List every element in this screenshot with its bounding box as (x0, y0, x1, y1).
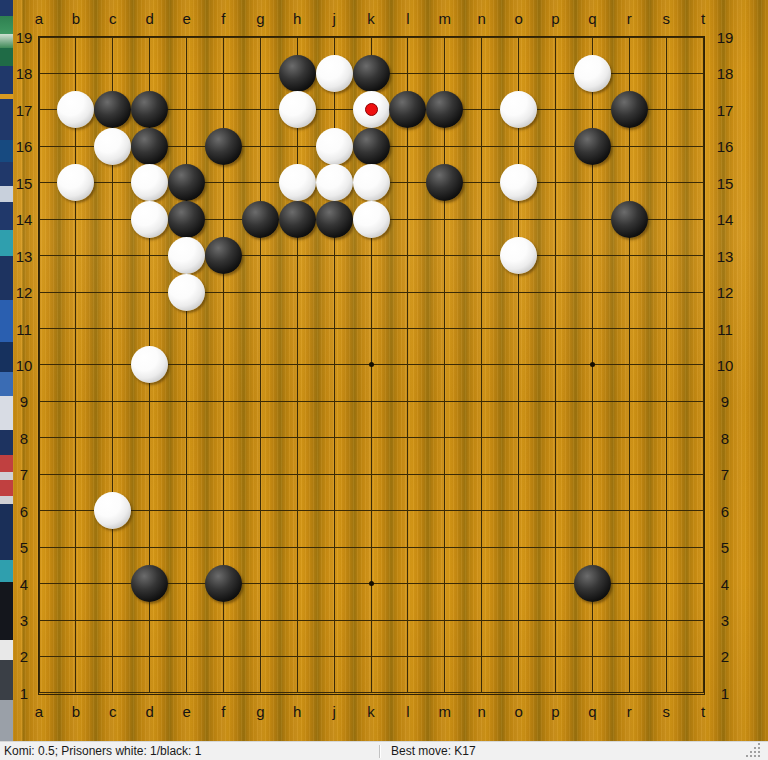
coord-label-right-14: 14 (717, 212, 734, 227)
coord-label-top-l: l (406, 11, 409, 26)
stone-white-e13 (168, 237, 205, 274)
coord-label-bottom-g: g (256, 704, 264, 719)
stone-white-j16 (316, 128, 353, 165)
stone-white-j18 (316, 55, 353, 92)
coord-label-right-18: 18 (717, 66, 734, 81)
coord-label-left-14: 14 (16, 212, 33, 227)
coord-label-bottom-m: m (439, 704, 452, 719)
coord-label-top-d: d (145, 11, 153, 26)
coord-label-left-19: 19 (16, 30, 33, 45)
resize-grip-icon[interactable] (746, 745, 748, 747)
best-move-marker-red-dot (365, 103, 378, 116)
coord-label-top-t: t (701, 11, 705, 26)
stone-white-h17 (279, 91, 316, 128)
coord-label-right-12: 12 (717, 285, 734, 300)
stone-black-d4 (131, 565, 168, 602)
stone-black-e14 (168, 201, 205, 238)
coord-label-right-17: 17 (717, 102, 734, 117)
coord-label-left-6: 6 (20, 503, 28, 518)
coord-label-top-f: f (221, 11, 225, 26)
coord-label-top-p: p (551, 11, 559, 26)
stone-white-e12 (168, 274, 205, 311)
coord-label-left-3: 3 (20, 613, 28, 628)
coord-label-top-g: g (256, 11, 264, 26)
coord-label-bottom-p: p (551, 704, 559, 719)
coord-label-right-2: 2 (721, 649, 729, 664)
star-point-k4 (369, 581, 374, 586)
coord-label-right-11: 11 (717, 321, 733, 336)
coord-label-top-a: a (35, 11, 43, 26)
coord-label-bottom-o: o (514, 704, 522, 719)
stone-white-k15 (353, 164, 390, 201)
coord-label-bottom-k: k (367, 704, 375, 719)
stone-black-k18 (353, 55, 390, 92)
stone-black-r17 (611, 91, 648, 128)
coord-label-left-1: 1 (20, 685, 28, 700)
coord-label-bottom-c: c (109, 704, 117, 719)
coord-label-bottom-s: s (662, 704, 670, 719)
stone-white-c16 (94, 128, 131, 165)
coord-label-left-9: 9 (20, 394, 28, 409)
coord-label-left-17: 17 (16, 102, 33, 117)
coord-label-left-11: 11 (16, 321, 32, 336)
coord-label-left-8: 8 (20, 430, 28, 445)
coord-label-bottom-l: l (406, 704, 409, 719)
coord-label-right-13: 13 (717, 248, 734, 263)
stone-black-h14 (279, 201, 316, 238)
coord-label-top-n: n (478, 11, 486, 26)
coord-label-top-e: e (182, 11, 190, 26)
coord-label-bottom-q: q (588, 704, 596, 719)
coord-label-bottom-e: e (182, 704, 190, 719)
coord-label-left-13: 13 (16, 248, 33, 263)
stone-white-j15 (316, 164, 353, 201)
coord-label-right-6: 6 (721, 503, 729, 518)
stone-white-o13 (500, 237, 537, 274)
coord-label-right-5: 5 (721, 540, 729, 555)
stone-black-f13 (205, 237, 242, 274)
coord-label-right-8: 8 (721, 430, 729, 445)
coord-label-left-18: 18 (16, 66, 33, 81)
stone-black-k16 (353, 128, 390, 165)
coord-label-bottom-n: n (478, 704, 486, 719)
stone-white-d14 (131, 201, 168, 238)
coord-label-top-b: b (72, 11, 80, 26)
stone-black-f16 (205, 128, 242, 165)
coord-label-right-7: 7 (721, 467, 729, 482)
coord-label-left-4: 4 (20, 576, 28, 591)
coord-label-right-3: 3 (721, 613, 729, 628)
coord-label-right-1: 1 (721, 685, 729, 700)
stone-black-g14 (242, 201, 279, 238)
coord-label-bottom-a: a (35, 704, 43, 719)
stone-black-r14 (611, 201, 648, 238)
coord-label-right-4: 4 (721, 576, 729, 591)
stone-white-q18 (574, 55, 611, 92)
coord-label-bottom-b: b (72, 704, 80, 719)
coord-label-bottom-f: f (221, 704, 225, 719)
status-best-move: Best move: K17 (391, 742, 476, 760)
status-divider (379, 745, 381, 758)
status-bar: Komi: 0.5; Prisoners white: 1/black: 1 B… (0, 741, 768, 760)
stone-black-d16 (131, 128, 168, 165)
coord-label-bottom-h: h (293, 704, 301, 719)
coord-label-left-12: 12 (16, 285, 33, 300)
coord-label-top-m: m (439, 11, 452, 26)
coord-label-top-h: h (293, 11, 301, 26)
coord-label-left-15: 15 (16, 175, 33, 190)
coord-label-top-c: c (109, 11, 117, 26)
go-app-window: aa1919bb1818cc1717dd1616ee1515ff1414gg13… (0, 0, 768, 760)
coord-label-right-10: 10 (717, 357, 734, 372)
coord-label-top-q: q (588, 11, 596, 26)
coord-label-left-7: 7 (20, 467, 28, 482)
coord-label-right-16: 16 (717, 139, 734, 154)
coord-label-bottom-j: j (332, 704, 335, 719)
coord-label-top-r: r (627, 11, 632, 26)
stone-black-q16 (574, 128, 611, 165)
coord-label-bottom-r: r (627, 704, 632, 719)
stone-black-q4 (574, 565, 611, 602)
coord-label-right-15: 15 (717, 175, 734, 190)
coord-label-right-9: 9 (721, 394, 729, 409)
status-komi-prisoners: Komi: 0.5; Prisoners white: 1/black: 1 (4, 742, 201, 760)
coord-label-left-16: 16 (16, 139, 33, 154)
coord-label-bottom-t: t (701, 704, 705, 719)
stone-black-j14 (316, 201, 353, 238)
goban[interactable]: aa1919bb1818cc1717dd1616ee1515ff1414gg13… (13, 0, 768, 741)
stone-black-h18 (279, 55, 316, 92)
stone-black-f4 (205, 565, 242, 602)
coord-label-top-s: s (662, 11, 670, 26)
desktop-background-strip (0, 0, 13, 741)
coord-label-top-o: o (514, 11, 522, 26)
coord-label-left-10: 10 (16, 357, 33, 372)
coord-label-left-2: 2 (20, 649, 28, 664)
coord-label-right-19: 19 (717, 30, 734, 45)
coord-label-left-5: 5 (20, 540, 28, 555)
coord-label-bottom-d: d (145, 704, 153, 719)
coord-label-top-j: j (332, 11, 335, 26)
coord-label-top-k: k (367, 11, 375, 26)
stone-white-h15 (279, 164, 316, 201)
stone-white-k14 (353, 201, 390, 238)
